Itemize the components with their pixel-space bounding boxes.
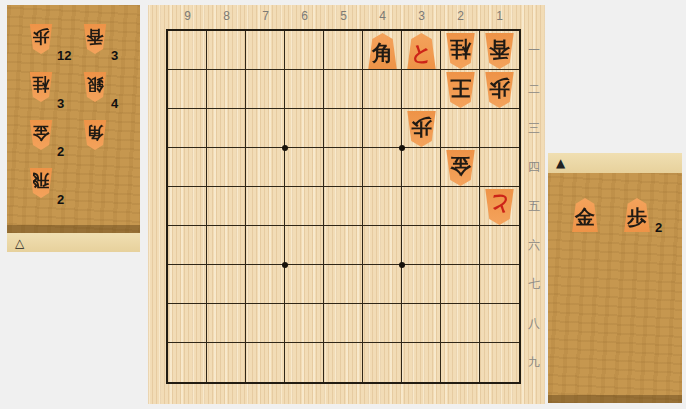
square-52[interactable] <box>324 70 363 109</box>
hand-piece-count: 4 <box>111 96 118 111</box>
hand-piece-count: 3 <box>111 48 118 63</box>
square-94[interactable] <box>168 148 207 187</box>
square-61[interactable] <box>285 31 324 70</box>
rank-label-5: 五 <box>523 187 545 226</box>
square-23[interactable] <box>441 109 480 148</box>
square-49[interactable] <box>363 343 402 382</box>
hand-piece-count: 2 <box>655 220 662 235</box>
square-82[interactable] <box>207 70 246 109</box>
square-69[interactable] <box>285 343 324 382</box>
hand-slot-gote-lance: 香3 <box>75 24 129 72</box>
file-label-6: 6 <box>285 9 324 23</box>
square-65[interactable] <box>285 187 324 226</box>
square-29[interactable] <box>441 343 480 382</box>
square-25[interactable] <box>441 187 480 226</box>
square-72[interactable] <box>246 70 285 109</box>
sente-hand: 金歩2 <box>570 198 680 242</box>
square-76[interactable] <box>246 226 285 265</box>
square-99[interactable] <box>168 343 207 382</box>
square-26[interactable] <box>441 226 480 265</box>
square-46[interactable] <box>363 226 402 265</box>
square-74[interactable] <box>246 148 285 187</box>
file-label-8: 8 <box>207 9 246 23</box>
rank-label-8: 八 <box>523 304 545 343</box>
gote-marker-strip: △ <box>7 233 140 252</box>
rank-label-4: 四 <box>523 148 545 187</box>
sente-captured-stand: ▲ 金歩2 <box>548 153 682 403</box>
square-59[interactable] <box>324 343 363 382</box>
square-91[interactable] <box>168 31 207 70</box>
hand-slot-gote-gold: 金2 <box>21 120 75 168</box>
square-98[interactable] <box>168 304 207 343</box>
square-44[interactable] <box>363 148 402 187</box>
hand-piece-gote-bishop[interactable]: 角 <box>82 120 108 150</box>
square-73[interactable] <box>246 109 285 148</box>
square-42[interactable] <box>363 70 402 109</box>
hand-piece-gote-knight[interactable]: 桂 <box>28 72 54 102</box>
gote-side-marker: △ <box>15 236 24 250</box>
square-16[interactable] <box>480 226 519 265</box>
gote-hand: 歩12香3桂3銀4金2角飛2 <box>21 24 133 216</box>
hand-slot-sente-pawn: 歩2 <box>622 198 674 242</box>
square-28[interactable] <box>441 304 480 343</box>
rank-label-2: 二 <box>523 70 545 109</box>
square-48[interactable] <box>363 304 402 343</box>
sente-side-marker: ▲ <box>556 156 565 170</box>
file-label-9: 9 <box>168 9 207 23</box>
square-79[interactable] <box>246 343 285 382</box>
file-label-1: 1 <box>480 9 519 23</box>
square-84[interactable] <box>207 148 246 187</box>
square-53[interactable] <box>324 109 363 148</box>
file-label-5: 5 <box>324 9 363 23</box>
square-17[interactable] <box>480 265 519 304</box>
square-38[interactable] <box>402 304 441 343</box>
square-71[interactable] <box>246 31 285 70</box>
square-68[interactable] <box>285 304 324 343</box>
square-67[interactable] <box>285 265 324 304</box>
square-14[interactable] <box>480 148 519 187</box>
square-45[interactable] <box>363 187 402 226</box>
rank-label-1: 一 <box>523 31 545 70</box>
square-85[interactable] <box>207 187 246 226</box>
square-39[interactable] <box>402 343 441 382</box>
square-37[interactable] <box>402 265 441 304</box>
hand-piece-sente-pawn[interactable]: 歩 <box>622 198 652 232</box>
square-36[interactable] <box>402 226 441 265</box>
square-18[interactable] <box>480 304 519 343</box>
square-58[interactable] <box>324 304 363 343</box>
hand-slot-gote-knight: 桂3 <box>21 72 75 120</box>
hand-slot-sente-gold: 金 <box>570 198 622 242</box>
file-label-4: 4 <box>363 9 402 23</box>
hand-piece-gote-rook[interactable]: 飛 <box>28 168 54 198</box>
star-point <box>282 145 288 151</box>
rank-label-9: 九 <box>523 343 545 382</box>
square-32[interactable] <box>402 70 441 109</box>
file-label-7: 7 <box>246 9 285 23</box>
hand-piece-count: 3 <box>57 96 64 111</box>
hand-piece-gote-silver[interactable]: 銀 <box>82 72 108 102</box>
stand-edge-shadow <box>7 225 140 233</box>
rank-label-3: 三 <box>523 109 545 148</box>
square-83[interactable] <box>207 109 246 148</box>
rank-label-6: 六 <box>523 226 545 265</box>
hand-piece-gote-pawn[interactable]: 歩 <box>28 24 54 54</box>
rank-labels: 一二三四五六七八九 <box>523 31 545 382</box>
square-47[interactable] <box>363 265 402 304</box>
file-label-2: 2 <box>441 9 480 23</box>
square-95[interactable] <box>168 187 207 226</box>
hand-piece-count: 12 <box>57 48 71 63</box>
square-13[interactable] <box>480 109 519 148</box>
square-54[interactable] <box>324 148 363 187</box>
hand-piece-gote-gold[interactable]: 金 <box>28 120 54 150</box>
square-34[interactable] <box>402 148 441 187</box>
star-point <box>399 262 405 268</box>
square-62[interactable] <box>285 70 324 109</box>
gote-captured-stand: 歩12香3桂3銀4金2角飛2 △ <box>7 5 140 252</box>
sente-marker-strip: ▲ <box>548 153 682 173</box>
square-27[interactable] <box>441 265 480 304</box>
hand-piece-count: 2 <box>57 192 64 207</box>
square-35[interactable] <box>402 187 441 226</box>
square-88[interactable] <box>207 304 246 343</box>
shogi-app-page: 歩12香3桂3銀4金2角飛2 △ 987654321 角と桂香王歩歩金と 一二三… <box>0 0 686 409</box>
square-75[interactable] <box>246 187 285 226</box>
star-point <box>282 262 288 268</box>
square-43[interactable] <box>363 109 402 148</box>
hand-piece-gote-lance[interactable]: 香 <box>82 24 108 54</box>
hand-piece-count: 2 <box>57 144 64 159</box>
square-87[interactable] <box>207 265 246 304</box>
shogi-board: 角と桂香王歩歩金と <box>166 29 521 384</box>
hand-slot-gote-rook: 飛2 <box>21 168 75 216</box>
square-51[interactable] <box>324 31 363 70</box>
stand-edge-shadow <box>548 395 682 403</box>
file-labels: 987654321 <box>168 9 519 23</box>
hand-slot-gote-silver: 銀4 <box>75 72 129 120</box>
square-96[interactable] <box>168 226 207 265</box>
square-63[interactable] <box>285 109 324 148</box>
file-label-3: 3 <box>402 9 441 23</box>
shogi-board-panel: 987654321 角と桂香王歩歩金と 一二三四五六七八九 <box>148 5 545 404</box>
square-92[interactable] <box>168 70 207 109</box>
square-77[interactable] <box>246 265 285 304</box>
square-81[interactable] <box>207 31 246 70</box>
square-55[interactable] <box>324 187 363 226</box>
square-78[interactable] <box>246 304 285 343</box>
square-97[interactable] <box>168 265 207 304</box>
hand-slot-gote-pawn: 歩12 <box>21 24 75 72</box>
square-86[interactable] <box>207 226 246 265</box>
rank-label-7: 七 <box>523 265 545 304</box>
hand-piece-sente-gold[interactable]: 金 <box>570 198 600 232</box>
square-89[interactable] <box>207 343 246 382</box>
square-19[interactable] <box>480 343 519 382</box>
square-93[interactable] <box>168 109 207 148</box>
hand-slot-gote-bishop: 角 <box>75 120 129 168</box>
square-64[interactable] <box>285 148 324 187</box>
square-66[interactable] <box>285 226 324 265</box>
star-point <box>399 145 405 151</box>
square-56[interactable] <box>324 226 363 265</box>
square-57[interactable] <box>324 265 363 304</box>
